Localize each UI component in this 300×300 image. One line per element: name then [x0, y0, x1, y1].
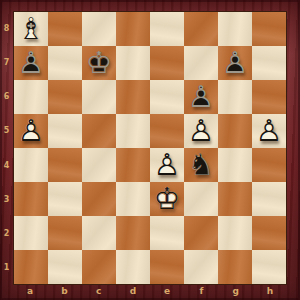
- square-b2[interactable]: [48, 216, 82, 250]
- square-a5[interactable]: ♟♙: [14, 114, 48, 148]
- square-h4[interactable]: [252, 148, 286, 182]
- square-e1[interactable]: [150, 250, 184, 284]
- square-b3[interactable]: [48, 182, 82, 216]
- file-label-d: d: [116, 284, 150, 298]
- square-e3[interactable]: ♚♔: [150, 182, 184, 216]
- square-e5[interactable]: [150, 114, 184, 148]
- square-f2[interactable]: [184, 216, 218, 250]
- white-pawn[interactable]: ♟♙: [14, 114, 48, 148]
- white-pawn[interactable]: ♟♙: [150, 148, 184, 182]
- black-pawn-outline: ♙: [184, 80, 218, 114]
- black-king[interactable]: ♚♔: [82, 46, 116, 80]
- square-e6[interactable]: [150, 80, 184, 114]
- rank-label-3: 3: [0, 182, 13, 216]
- file-label-h: h: [253, 284, 287, 298]
- black-pawn[interactable]: ♟♙: [218, 46, 252, 80]
- square-b1[interactable]: [48, 250, 82, 284]
- square-a2[interactable]: [14, 216, 48, 250]
- square-d4[interactable]: [116, 148, 150, 182]
- rank-label-7: 7: [0, 45, 13, 79]
- square-g6[interactable]: [218, 80, 252, 114]
- square-b8[interactable]: [48, 12, 82, 46]
- square-d6[interactable]: [116, 80, 150, 114]
- black-pawn[interactable]: ♟♙: [14, 46, 48, 80]
- square-a6[interactable]: [14, 80, 48, 114]
- chess-diagram: 87654321 abcdefgh ♝♗♟♙♚♔♟♙♟♙♟♙♟♙♟♙♟♙♞♘♚♔: [0, 0, 300, 300]
- square-d3[interactable]: [116, 182, 150, 216]
- square-c7[interactable]: ♚♔: [82, 46, 116, 80]
- square-c4[interactable]: [82, 148, 116, 182]
- white-pawn[interactable]: ♟♙: [184, 114, 218, 148]
- square-h3[interactable]: [252, 182, 286, 216]
- square-e2[interactable]: [150, 216, 184, 250]
- square-c5[interactable]: [82, 114, 116, 148]
- file-label-a: a: [13, 284, 47, 298]
- file-label-c: c: [82, 284, 116, 298]
- file-label-f: f: [184, 284, 218, 298]
- rank-label-2: 2: [0, 217, 13, 251]
- chess-board: ♝♗♟♙♚♔♟♙♟♙♟♙♟♙♟♙♟♙♞♘♚♔: [13, 11, 287, 285]
- file-labels: abcdefgh: [13, 284, 287, 298]
- square-d7[interactable]: [116, 46, 150, 80]
- white-pawn-outline: ♙: [14, 114, 48, 148]
- square-a3[interactable]: [14, 182, 48, 216]
- square-g5[interactable]: [218, 114, 252, 148]
- rank-label-6: 6: [0, 80, 13, 114]
- white-pawn-outline: ♙: [252, 114, 286, 148]
- square-a7[interactable]: ♟♙: [14, 46, 48, 80]
- white-king-outline: ♔: [150, 182, 184, 216]
- square-e8[interactable]: [150, 12, 184, 46]
- square-g2[interactable]: [218, 216, 252, 250]
- square-g8[interactable]: [218, 12, 252, 46]
- square-b7[interactable]: [48, 46, 82, 80]
- white-pawn[interactable]: ♟♙: [252, 114, 286, 148]
- square-d5[interactable]: [116, 114, 150, 148]
- file-label-e: e: [150, 284, 184, 298]
- square-f7[interactable]: [184, 46, 218, 80]
- square-d1[interactable]: [116, 250, 150, 284]
- white-pawn-outline: ♙: [184, 114, 218, 148]
- square-b6[interactable]: [48, 80, 82, 114]
- square-a1[interactable]: [14, 250, 48, 284]
- black-knight[interactable]: ♞♘: [184, 148, 218, 182]
- square-b4[interactable]: [48, 148, 82, 182]
- square-c3[interactable]: [82, 182, 116, 216]
- file-label-b: b: [47, 284, 81, 298]
- white-king[interactable]: ♚♔: [150, 182, 184, 216]
- square-e4[interactable]: ♟♙: [150, 148, 184, 182]
- black-pawn[interactable]: ♟♙: [184, 80, 218, 114]
- square-g4[interactable]: [218, 148, 252, 182]
- rank-labels: 87654321: [0, 11, 13, 285]
- square-h8[interactable]: [252, 12, 286, 46]
- black-pawn-outline: ♙: [218, 46, 252, 80]
- white-pawn-outline: ♙: [150, 148, 184, 182]
- square-d2[interactable]: [116, 216, 150, 250]
- square-c1[interactable]: [82, 250, 116, 284]
- rank-label-1: 1: [0, 251, 13, 285]
- rank-label-4: 4: [0, 148, 13, 182]
- square-h1[interactable]: [252, 250, 286, 284]
- square-c6[interactable]: [82, 80, 116, 114]
- square-f8[interactable]: [184, 12, 218, 46]
- black-knight-outline: ♘: [184, 148, 218, 182]
- square-g1[interactable]: [218, 250, 252, 284]
- white-bishop-outline: ♗: [14, 12, 48, 46]
- square-a4[interactable]: [14, 148, 48, 182]
- square-h5[interactable]: ♟♙: [252, 114, 286, 148]
- square-h2[interactable]: [252, 216, 286, 250]
- square-a8[interactable]: ♝♗: [14, 12, 48, 46]
- square-c8[interactable]: [82, 12, 116, 46]
- square-f6[interactable]: ♟♙: [184, 80, 218, 114]
- square-e7[interactable]: [150, 46, 184, 80]
- square-d8[interactable]: [116, 12, 150, 46]
- square-h6[interactable]: [252, 80, 286, 114]
- square-b5[interactable]: [48, 114, 82, 148]
- black-king-outline: ♔: [82, 46, 116, 80]
- square-f5[interactable]: ♟♙: [184, 114, 218, 148]
- square-g7[interactable]: ♟♙: [218, 46, 252, 80]
- square-f4[interactable]: ♞♘: [184, 148, 218, 182]
- rank-label-8: 8: [0, 11, 13, 45]
- square-c2[interactable]: [82, 216, 116, 250]
- black-pawn-outline: ♙: [14, 46, 48, 80]
- square-f3[interactable]: [184, 182, 218, 216]
- square-f1[interactable]: [184, 250, 218, 284]
- file-label-g: g: [219, 284, 253, 298]
- rank-label-5: 5: [0, 114, 13, 148]
- square-g3[interactable]: [218, 182, 252, 216]
- square-h7[interactable]: [252, 46, 286, 80]
- white-bishop[interactable]: ♝♗: [14, 12, 48, 46]
